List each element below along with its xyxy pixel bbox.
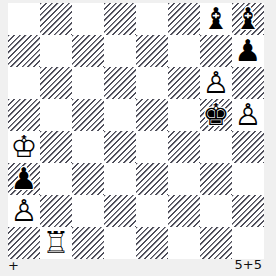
square-c5[interactable] [72, 99, 104, 131]
square-g8[interactable]: ♝ [200, 3, 232, 35]
square-b8[interactable] [40, 3, 72, 35]
white-pawn-piece: ♙ [11, 195, 38, 227]
black-pawn-piece: ♟ [11, 163, 38, 195]
square-a5[interactable] [8, 99, 40, 131]
black-bishop-piece: ♝ [203, 3, 230, 35]
square-a8[interactable] [8, 3, 40, 35]
square-d3[interactable] [104, 163, 136, 195]
square-f4[interactable] [168, 131, 200, 163]
square-e4[interactable] [136, 131, 168, 163]
square-e2[interactable] [136, 195, 168, 227]
stipulation-label: + [8, 258, 19, 274]
square-e3[interactable] [136, 163, 168, 195]
square-d4[interactable] [104, 131, 136, 163]
square-b6[interactable] [40, 67, 72, 99]
square-f5[interactable] [168, 99, 200, 131]
square-d5[interactable] [104, 99, 136, 131]
square-e1[interactable] [136, 227, 168, 259]
square-c2[interactable] [72, 195, 104, 227]
square-d8[interactable] [104, 3, 136, 35]
square-f6[interactable] [168, 67, 200, 99]
square-h6[interactable] [232, 67, 264, 99]
chess-board: ♝♝♟♙♚♙♔♟♙♖ [8, 3, 264, 259]
square-c7[interactable] [72, 35, 104, 67]
square-c1[interactable] [72, 227, 104, 259]
square-c8[interactable] [72, 3, 104, 35]
square-h4[interactable] [232, 131, 264, 163]
square-h8[interactable]: ♝ [232, 3, 264, 35]
square-e5[interactable] [136, 99, 168, 131]
square-h7[interactable]: ♟ [232, 35, 264, 67]
square-e7[interactable] [136, 35, 168, 67]
square-g3[interactable] [200, 163, 232, 195]
square-b1[interactable]: ♖ [40, 227, 72, 259]
square-g7[interactable] [200, 35, 232, 67]
square-a2[interactable]: ♙ [8, 195, 40, 227]
square-e6[interactable] [136, 67, 168, 99]
square-f8[interactable] [168, 3, 200, 35]
square-g4[interactable] [200, 131, 232, 163]
square-h3[interactable] [232, 163, 264, 195]
square-g1[interactable] [200, 227, 232, 259]
black-pawn-piece: ♟ [235, 35, 262, 67]
square-a1[interactable] [8, 227, 40, 259]
square-f7[interactable] [168, 35, 200, 67]
white-pawn-piece: ♙ [235, 99, 262, 131]
square-g6[interactable]: ♙ [200, 67, 232, 99]
square-a4[interactable]: ♔ [8, 131, 40, 163]
square-h1[interactable] [232, 227, 264, 259]
square-a3[interactable]: ♟ [8, 163, 40, 195]
square-g5[interactable]: ♚ [200, 99, 232, 131]
square-b3[interactable] [40, 163, 72, 195]
square-f2[interactable] [168, 195, 200, 227]
chess-diagram: ♝♝♟♙♚♙♔♟♙♖ + 5+5 [0, 0, 276, 276]
square-d1[interactable] [104, 227, 136, 259]
black-king-piece: ♚ [203, 99, 230, 131]
square-f3[interactable] [168, 163, 200, 195]
square-a7[interactable] [8, 35, 40, 67]
black-bishop-piece: ♝ [235, 3, 262, 35]
square-a6[interactable] [8, 67, 40, 99]
white-pawn-piece: ♙ [203, 67, 230, 99]
square-d6[interactable] [104, 67, 136, 99]
material-count-label: 5+5 [235, 257, 262, 273]
square-d7[interactable] [104, 35, 136, 67]
square-c4[interactable] [72, 131, 104, 163]
square-b7[interactable] [40, 35, 72, 67]
square-f1[interactable] [168, 227, 200, 259]
square-c6[interactable] [72, 67, 104, 99]
square-b5[interactable] [40, 99, 72, 131]
square-d2[interactable] [104, 195, 136, 227]
square-e8[interactable] [136, 3, 168, 35]
square-b2[interactable] [40, 195, 72, 227]
square-c3[interactable] [72, 163, 104, 195]
white-king-piece: ♔ [11, 131, 38, 163]
square-b4[interactable] [40, 131, 72, 163]
white-rook-piece: ♖ [43, 227, 70, 259]
square-h2[interactable] [232, 195, 264, 227]
square-h5[interactable]: ♙ [232, 99, 264, 131]
square-g2[interactable] [200, 195, 232, 227]
